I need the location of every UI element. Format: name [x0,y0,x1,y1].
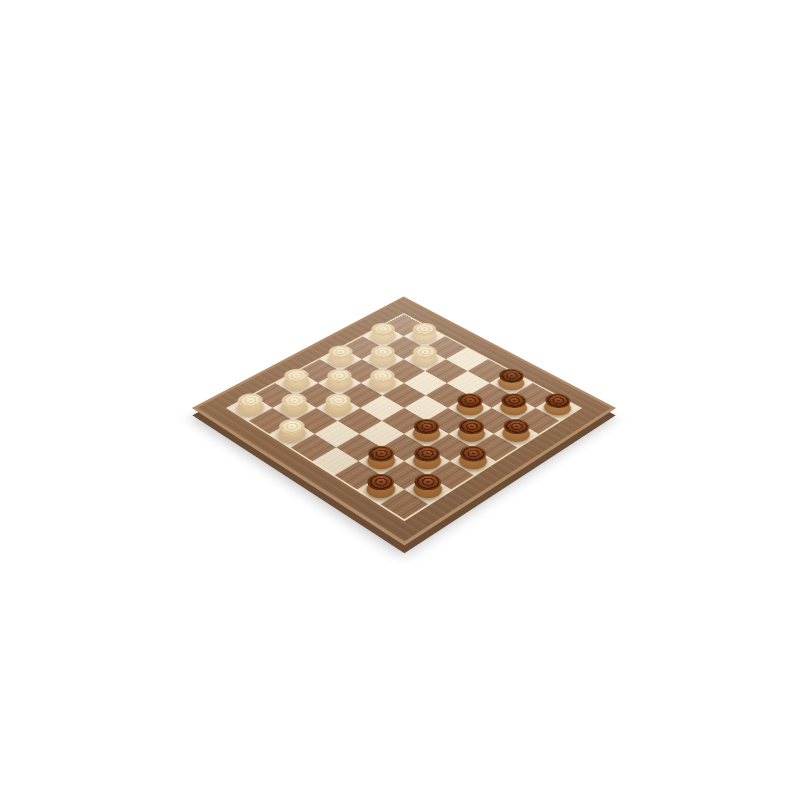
checkers-board [192,297,616,546]
checker-piece-dark[interactable] [453,416,489,437]
board-square[interactable] [320,348,362,371]
checker-piece-dark[interactable] [452,391,487,411]
board-inlay-line [226,313,582,521]
board-square[interactable] [275,371,318,395]
board-square[interactable] [382,383,425,408]
board-square[interactable] [468,359,510,383]
board-square[interactable] [425,336,467,359]
checker-piece-light[interactable] [279,366,314,386]
checker-piece-dark[interactable] [540,391,575,411]
board-square[interactable] [363,325,404,347]
checker-piece-light[interactable] [408,320,441,338]
board-square[interactable] [383,336,425,359]
checker-piece-dark[interactable] [496,391,531,411]
board-square[interactable] [340,359,382,383]
checker-piece-dark[interactable] [494,366,529,386]
board-field [229,314,580,519]
checker-piece-light[interactable] [276,391,311,411]
checker-piece-light[interactable] [322,366,357,386]
board-square[interactable] [404,371,447,395]
board-square[interactable] [425,359,467,383]
board-square[interactable] [490,371,533,395]
board-square[interactable] [383,359,425,383]
board-square[interactable] [404,325,445,347]
checker-piece-light[interactable] [365,366,400,386]
checker-piece-light[interactable] [232,391,267,411]
checker-piece-light[interactable] [324,343,358,362]
board-square[interactable] [298,359,340,383]
board-square[interactable] [361,371,404,395]
checker-piece-light[interactable] [366,320,399,338]
checker-piece-light[interactable] [366,343,400,362]
board-square[interactable] [446,348,488,371]
checker-piece-light[interactable] [408,343,442,362]
checker-piece-dark[interactable] [363,443,400,465]
checker-piece-light[interactable] [320,391,355,411]
product-photo-canvas [0,0,800,800]
checker-piece-light[interactable] [274,416,310,437]
board-square[interactable] [362,348,404,371]
checker-piece-dark[interactable] [498,416,534,437]
board-scene [0,0,800,800]
board-square[interactable] [341,336,383,359]
board-frame [198,299,611,541]
board-square[interactable] [318,371,361,395]
board-square[interactable] [447,371,490,395]
board-square[interactable] [229,395,273,420]
board-square[interactable] [383,314,424,336]
board-square[interactable] [404,348,446,371]
